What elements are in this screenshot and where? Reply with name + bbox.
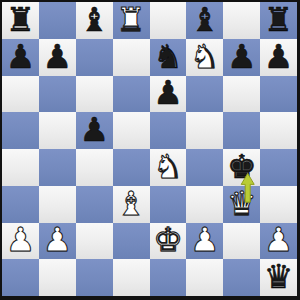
square-b2[interactable]: ♟ — [39, 223, 76, 260]
square-e2[interactable]: ♚ — [150, 223, 187, 260]
piece-white-pawn[interactable]: ♟ — [260, 223, 297, 260]
square-c5[interactable]: ♟ — [76, 112, 113, 149]
square-g1[interactable] — [223, 259, 260, 296]
square-a2[interactable]: ♟ — [2, 223, 39, 260]
square-d6[interactable] — [113, 76, 150, 113]
square-d5[interactable] — [113, 112, 150, 149]
square-c4[interactable] — [76, 149, 113, 186]
square-e6[interactable]: ♟ — [150, 76, 187, 113]
square-f8[interactable]: ♝ — [186, 2, 223, 39]
square-h8[interactable]: ♜ — [260, 2, 297, 39]
piece-white-rook[interactable]: ♜ — [113, 2, 150, 39]
square-a8[interactable]: ♜ — [2, 2, 39, 39]
square-c2[interactable] — [76, 223, 113, 260]
square-b5[interactable] — [39, 112, 76, 149]
square-d7[interactable] — [113, 39, 150, 76]
piece-black-pawn[interactable]: ♟ — [260, 39, 297, 76]
piece-white-pawn[interactable]: ♟ — [39, 223, 76, 260]
square-g3[interactable]: ♛ — [223, 186, 260, 223]
square-b1[interactable] — [39, 259, 76, 296]
piece-black-pawn[interactable]: ♟ — [150, 76, 187, 113]
piece-white-queen[interactable]: ♛ — [223, 186, 260, 223]
square-g6[interactable] — [223, 76, 260, 113]
piece-white-pawn[interactable]: ♟ — [2, 223, 39, 260]
square-b7[interactable]: ♟ — [39, 39, 76, 76]
square-f6[interactable] — [186, 76, 223, 113]
square-c8[interactable]: ♝ — [76, 2, 113, 39]
square-h1[interactable]: ♛ — [260, 259, 297, 296]
square-h3[interactable] — [260, 186, 297, 223]
piece-black-pawn[interactable]: ♟ — [39, 39, 76, 76]
piece-black-queen[interactable]: ♛ — [260, 259, 297, 296]
square-c3[interactable] — [76, 186, 113, 223]
piece-black-bishop[interactable]: ♝ — [76, 2, 113, 39]
piece-white-knight[interactable]: ♞ — [186, 39, 223, 76]
piece-white-pawn[interactable]: ♟ — [186, 223, 223, 260]
square-c1[interactable] — [76, 259, 113, 296]
square-e1[interactable] — [150, 259, 187, 296]
piece-black-bishop[interactable]: ♝ — [186, 2, 223, 39]
square-a3[interactable] — [2, 186, 39, 223]
square-e5[interactable] — [150, 112, 187, 149]
square-a5[interactable] — [2, 112, 39, 149]
square-d4[interactable] — [113, 149, 150, 186]
square-g5[interactable] — [223, 112, 260, 149]
square-a7[interactable]: ♟ — [2, 39, 39, 76]
piece-white-king[interactable]: ♚ — [150, 223, 187, 260]
square-f1[interactable] — [186, 259, 223, 296]
square-g7[interactable]: ♟ — [223, 39, 260, 76]
square-g2[interactable] — [223, 223, 260, 260]
square-b4[interactable] — [39, 149, 76, 186]
square-h2[interactable]: ♟ — [260, 223, 297, 260]
piece-black-pawn[interactable]: ♟ — [2, 39, 39, 76]
square-e7[interactable]: ♞ — [150, 39, 187, 76]
square-c6[interactable] — [76, 76, 113, 113]
chess-board-frame: ♜♝♜♝♜♟♟♞♞♟♟♟♟♞♚♝♛♟♟♚♟♟♛ — [0, 0, 300, 300]
square-f2[interactable]: ♟ — [186, 223, 223, 260]
square-g8[interactable] — [223, 2, 260, 39]
square-f7[interactable]: ♞ — [186, 39, 223, 76]
square-e4[interactable]: ♞ — [150, 149, 187, 186]
square-d8[interactable]: ♜ — [113, 2, 150, 39]
square-g4[interactable]: ♚ — [223, 149, 260, 186]
square-f4[interactable] — [186, 149, 223, 186]
square-d1[interactable] — [113, 259, 150, 296]
square-h6[interactable] — [260, 76, 297, 113]
square-h7[interactable]: ♟ — [260, 39, 297, 76]
piece-white-bishop[interactable]: ♝ — [113, 186, 150, 223]
piece-black-pawn[interactable]: ♟ — [76, 112, 113, 149]
piece-black-king[interactable]: ♚ — [223, 149, 260, 186]
piece-white-knight[interactable]: ♞ — [150, 149, 187, 186]
square-b8[interactable] — [39, 2, 76, 39]
square-a1[interactable] — [2, 259, 39, 296]
square-h5[interactable] — [260, 112, 297, 149]
square-e3[interactable] — [150, 186, 187, 223]
chess-board: ♜♝♜♝♜♟♟♞♞♟♟♟♟♞♚♝♛♟♟♚♟♟♛ — [2, 2, 297, 296]
square-f5[interactable] — [186, 112, 223, 149]
piece-black-knight[interactable]: ♞ — [150, 39, 187, 76]
piece-black-pawn[interactable]: ♟ — [223, 39, 260, 76]
square-a4[interactable] — [2, 149, 39, 186]
square-b3[interactable] — [39, 186, 76, 223]
square-h4[interactable] — [260, 149, 297, 186]
square-d3[interactable]: ♝ — [113, 186, 150, 223]
square-c7[interactable] — [76, 39, 113, 76]
piece-black-rook[interactable]: ♜ — [2, 2, 39, 39]
square-e8[interactable] — [150, 2, 187, 39]
square-b6[interactable] — [39, 76, 76, 113]
square-a6[interactable] — [2, 76, 39, 113]
piece-black-rook[interactable]: ♜ — [260, 2, 297, 39]
square-f3[interactable] — [186, 186, 223, 223]
square-d2[interactable] — [113, 223, 150, 260]
